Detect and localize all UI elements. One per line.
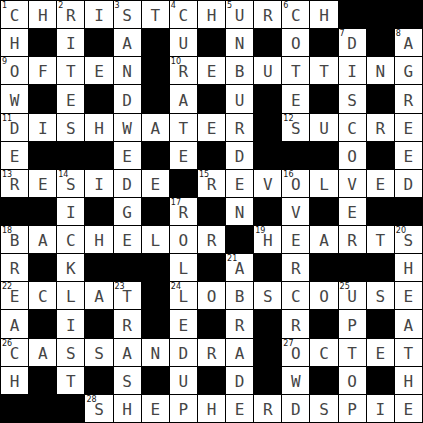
cell-r10c11[interactable]: R xyxy=(282,254,309,281)
cell-r2c7[interactable]: U xyxy=(170,29,197,56)
black-cell-r8c4 xyxy=(85,198,112,225)
cell-r14c1[interactable]: H xyxy=(1,367,28,394)
cell-letter: E xyxy=(375,346,385,366)
cell-r10c3[interactable]: K xyxy=(57,254,84,281)
cell-letter: R xyxy=(235,318,245,338)
cell-letter: I xyxy=(94,177,104,197)
black-cell-r2c4 xyxy=(85,29,112,56)
cell-r8c7[interactable]: 17R xyxy=(170,198,197,225)
cell-r5c8[interactable]: E xyxy=(198,114,225,141)
cell-letter: C xyxy=(291,289,301,309)
black-cell-r6c8 xyxy=(198,142,225,169)
cell-letter: E xyxy=(122,149,132,169)
cell-r13c8[interactable]: R xyxy=(198,339,225,366)
black-cell-r12c8 xyxy=(198,310,225,337)
cell-r1c10[interactable]: R xyxy=(254,1,281,28)
cell-r9c3[interactable]: C xyxy=(57,226,84,253)
cell-letter: L xyxy=(66,289,76,309)
cell-r14c11[interactable]: W xyxy=(282,367,309,394)
black-cell-r10c2 xyxy=(29,254,56,281)
cell-letter: C xyxy=(38,289,48,309)
cell-r13c13[interactable]: T xyxy=(339,339,366,366)
cell-r10c15[interactable]: H xyxy=(395,254,422,281)
cell-letter: O xyxy=(179,233,189,253)
cell-r3c2[interactable]: F xyxy=(29,57,56,84)
cell-letter: A xyxy=(10,318,20,338)
cell-r7c5[interactable]: D xyxy=(114,170,141,197)
cell-letter: S xyxy=(347,93,357,113)
cell-r1c3[interactable]: 2R xyxy=(57,1,84,28)
cell-r13c14[interactable]: E xyxy=(367,339,394,366)
cell-r15c5[interactable]: H xyxy=(114,395,141,422)
cell-r9c11[interactable]: E xyxy=(282,226,309,253)
cell-r2c1[interactable]: H xyxy=(1,29,28,56)
cell-letter: R xyxy=(66,8,76,28)
black-cell-r2c12 xyxy=(310,29,337,56)
cell-r3c8[interactable]: E xyxy=(198,57,225,84)
cell-r1c12[interactable]: H xyxy=(310,1,337,28)
cell-r5c3[interactable]: S xyxy=(57,114,84,141)
cell-r13c5[interactable]: A xyxy=(114,339,141,366)
cell-letter: T xyxy=(150,8,160,28)
cell-letter: T xyxy=(122,289,132,309)
cell-letter: U xyxy=(235,93,245,113)
cell-letter: O xyxy=(319,289,329,309)
cell-letter: C xyxy=(10,8,20,28)
black-cell-r14c6 xyxy=(142,367,169,394)
cell-r3c12[interactable]: T xyxy=(310,57,337,84)
cell-letter: C xyxy=(66,233,76,253)
cell-r5c12[interactable]: U xyxy=(310,114,337,141)
cell-letter: R xyxy=(122,318,132,338)
cell-letter: I xyxy=(66,318,76,338)
black-cell-r10c14 xyxy=(367,254,394,281)
cell-r14c9[interactable]: D xyxy=(226,367,253,394)
cell-r3c5[interactable]: N xyxy=(114,57,141,84)
cell-letter: N xyxy=(150,346,160,366)
cell-letter: A xyxy=(122,346,132,366)
crossword-grid: 1CH2RI3ST4CH5UR6CHHIAUNO7D8A9OFTEN10REBU… xyxy=(0,0,423,423)
clue-number: 17 xyxy=(171,198,181,207)
cell-r15c9[interactable]: E xyxy=(226,395,253,422)
black-cell-r4c12 xyxy=(310,85,337,112)
cell-letter: B xyxy=(10,233,20,253)
cell-r6c13[interactable]: O xyxy=(339,142,366,169)
cell-r11c10[interactable]: S xyxy=(254,282,281,309)
cell-r9c1[interactable]: 18B xyxy=(1,226,28,253)
cell-letter: H xyxy=(319,8,329,28)
cell-letter: H xyxy=(404,374,414,394)
black-cell-r14c4 xyxy=(85,367,112,394)
cell-letter: E xyxy=(207,121,217,141)
cell-r1c9[interactable]: 5U xyxy=(226,1,253,28)
cell-r5c15[interactable]: E xyxy=(395,114,422,141)
cell-r12c7[interactable]: E xyxy=(170,310,197,337)
cell-r15c6[interactable]: E xyxy=(142,395,169,422)
cell-r2c11[interactable]: O xyxy=(282,29,309,56)
cell-letter: S xyxy=(291,121,301,141)
cell-r7c2[interactable]: E xyxy=(29,170,56,197)
cell-letter: D xyxy=(10,121,20,141)
cell-letter: V xyxy=(347,177,357,197)
cell-r9c2[interactable]: A xyxy=(29,226,56,253)
cell-r9c13[interactable]: R xyxy=(339,226,366,253)
cell-r3c1[interactable]: 9O xyxy=(1,57,28,84)
cell-r9c4[interactable]: H xyxy=(85,226,112,253)
black-cell-r10c4 xyxy=(85,254,112,281)
cell-r4c11[interactable]: E xyxy=(282,85,309,112)
cell-letter: R xyxy=(263,402,273,422)
cell-r2c5[interactable]: A xyxy=(114,29,141,56)
cell-r12c1[interactable]: A xyxy=(1,310,28,337)
cell-letter: D xyxy=(235,149,245,169)
cell-r1c8[interactable]: H xyxy=(198,1,225,28)
cell-letter: H xyxy=(122,402,132,422)
cell-r7c14[interactable]: E xyxy=(367,170,394,197)
black-cell-r8c2 xyxy=(29,198,56,225)
cell-r6c5[interactable]: E xyxy=(114,142,141,169)
cell-letter: U xyxy=(347,289,357,309)
cell-r4c9[interactable]: U xyxy=(226,85,253,112)
cell-letter: I xyxy=(94,8,104,28)
cell-r11c2[interactable]: C xyxy=(29,282,56,309)
cell-r14c15[interactable]: H xyxy=(395,367,422,394)
cell-r7c15[interactable]: D xyxy=(395,170,422,197)
black-cell-r6c10 xyxy=(254,142,281,169)
cell-letter: H xyxy=(94,121,104,141)
cell-r1c6[interactable]: T xyxy=(142,1,169,28)
cell-r5c13[interactable]: C xyxy=(339,114,366,141)
cell-r11c1[interactable]: 22E xyxy=(1,282,28,309)
cell-r13c15[interactable]: T xyxy=(395,339,422,366)
cell-r6c15[interactable]: E xyxy=(395,142,422,169)
black-cell-r8c8 xyxy=(198,198,225,225)
cell-r9c15[interactable]: 20S xyxy=(395,226,422,253)
cell-letter: E xyxy=(375,177,385,197)
cell-letter: R xyxy=(207,233,217,253)
cell-r5c11[interactable]: 12S xyxy=(282,114,309,141)
black-cell-r1c14 xyxy=(367,1,394,28)
black-cell-r1c15 xyxy=(395,1,422,28)
cell-r8c11[interactable]: V xyxy=(282,198,309,225)
cell-r13c4[interactable]: S xyxy=(85,339,112,366)
cell-r1c7[interactable]: 4C xyxy=(170,1,197,28)
cell-letter: G xyxy=(122,205,132,225)
black-cell-r8c12 xyxy=(310,198,337,225)
cell-r9c8[interactable]: R xyxy=(198,226,225,253)
cell-r13c7[interactable]: D xyxy=(170,339,197,366)
cell-letter: H xyxy=(263,233,273,253)
black-cell-r12c2 xyxy=(29,310,56,337)
cell-letter: T xyxy=(66,64,76,84)
cell-r13c1[interactable]: 26C xyxy=(1,339,28,366)
black-cell-r11c6 xyxy=(142,282,169,309)
cell-letter: D xyxy=(122,177,132,197)
cell-r15c13[interactable]: P xyxy=(339,395,366,422)
black-cell-r1c13 xyxy=(339,1,366,28)
cell-r8c13[interactable]: E xyxy=(339,198,366,225)
cell-letter: R xyxy=(291,318,301,338)
cell-r1c2[interactable]: H xyxy=(29,1,56,28)
cell-r11c11[interactable]: C xyxy=(282,282,309,309)
cell-r1c1[interactable]: 1C xyxy=(1,1,28,28)
cell-r7c10[interactable]: V xyxy=(254,170,281,197)
cell-r12c15[interactable]: A xyxy=(395,310,422,337)
black-cell-r6c12 xyxy=(310,142,337,169)
cell-r2c9[interactable]: N xyxy=(226,29,253,56)
cell-r5c6[interactable]: A xyxy=(142,114,169,141)
cell-letter: U xyxy=(179,36,189,56)
black-cell-r8c1 xyxy=(1,198,28,225)
cell-r5c9[interactable]: R xyxy=(226,114,253,141)
cell-letter: A xyxy=(319,233,329,253)
cell-r3c14[interactable]: N xyxy=(367,57,394,84)
cell-r11c9[interactable]: B xyxy=(226,282,253,309)
cell-r5c1[interactable]: 11D xyxy=(1,114,28,141)
cell-letter: E xyxy=(404,402,414,422)
black-cell-r4c14 xyxy=(367,85,394,112)
cell-r10c7[interactable]: L xyxy=(170,254,197,281)
cell-r14c5[interactable]: S xyxy=(114,367,141,394)
cell-r15c7[interactable]: P xyxy=(170,395,197,422)
cell-letter: H xyxy=(10,36,20,56)
cell-letter: O xyxy=(207,289,217,309)
cell-letter: B xyxy=(235,289,245,309)
cell-letter: G xyxy=(404,64,414,84)
cell-r7c13[interactable]: V xyxy=(339,170,366,197)
cell-r3c7[interactable]: 10R xyxy=(170,57,197,84)
cell-r13c11[interactable]: 27O xyxy=(282,339,309,366)
black-cell-r4c10 xyxy=(254,85,281,112)
cell-r5c7[interactable]: T xyxy=(170,114,197,141)
cell-letter: A xyxy=(179,93,189,113)
cell-r7c11[interactable]: 16O xyxy=(282,170,309,197)
cell-letter: H xyxy=(404,261,414,281)
cell-r11c13[interactable]: 25U xyxy=(339,282,366,309)
cell-r4c15[interactable]: R xyxy=(395,85,422,112)
cell-r11c3[interactable]: L xyxy=(57,282,84,309)
black-cell-r4c2 xyxy=(29,85,56,112)
cell-r15c10[interactable]: R xyxy=(254,395,281,422)
cell-r5c2[interactable]: I xyxy=(29,114,56,141)
cell-r7c1[interactable]: 13R xyxy=(1,170,28,197)
cell-letter: D xyxy=(235,374,245,394)
black-cell-r14c8 xyxy=(198,367,225,394)
cell-letter: C xyxy=(347,121,357,141)
black-cell-r4c6 xyxy=(142,85,169,112)
cell-letter: N xyxy=(122,64,132,84)
cell-r13c3[interactable]: S xyxy=(57,339,84,366)
cell-r11c14[interactable]: S xyxy=(367,282,394,309)
clue-number: 19 xyxy=(255,226,265,235)
cell-r9c5[interactable]: E xyxy=(114,226,141,253)
cell-letter: R xyxy=(207,177,217,197)
cell-r10c1[interactable]: R xyxy=(1,254,28,281)
cell-r7c8[interactable]: 15R xyxy=(198,170,225,197)
black-cell-r10c8 xyxy=(198,254,225,281)
cell-r8c3[interactable]: I xyxy=(57,198,84,225)
cell-letter: A xyxy=(235,346,245,366)
clue-number: 16 xyxy=(283,170,293,179)
clue-number: 24 xyxy=(171,282,181,291)
cell-letter: S xyxy=(66,346,76,366)
cell-r7c6[interactable]: E xyxy=(142,170,169,197)
cell-letter: E xyxy=(291,93,301,113)
cell-r12c5[interactable]: R xyxy=(114,310,141,337)
cell-r6c1[interactable]: E xyxy=(1,142,28,169)
black-cell-r7c7 xyxy=(170,170,197,197)
cell-letter: D xyxy=(347,36,357,56)
cell-r4c3[interactable]: E xyxy=(57,85,84,112)
cell-r11c8[interactable]: O xyxy=(198,282,225,309)
cell-r2c3[interactable]: I xyxy=(57,29,84,56)
cell-letter: S xyxy=(94,346,104,366)
clue-number: 1 xyxy=(2,1,7,10)
cell-letter: I xyxy=(347,64,357,84)
cell-letter: C xyxy=(291,8,301,28)
cell-letter: W xyxy=(291,374,301,394)
cell-r9c10[interactable]: 19H xyxy=(254,226,281,253)
cell-r15c4[interactable]: 28S xyxy=(85,395,112,422)
cell-r4c5[interactable]: D xyxy=(114,85,141,112)
cell-letter: P xyxy=(347,402,357,422)
cell-letter: S xyxy=(375,289,385,309)
cell-r7c3[interactable]: 14S xyxy=(57,170,84,197)
clue-number: 12 xyxy=(283,114,293,123)
cell-r6c7[interactable]: E xyxy=(170,142,197,169)
black-cell-r10c6 xyxy=(142,254,169,281)
cell-r1c5[interactable]: 3S xyxy=(114,1,141,28)
cell-letter: R xyxy=(404,93,414,113)
cell-r11c4[interactable]: A xyxy=(85,282,112,309)
cell-r9c6[interactable]: L xyxy=(142,226,169,253)
cell-letter: E xyxy=(404,149,414,169)
cell-r9c7[interactable]: O xyxy=(170,226,197,253)
cell-letter: S xyxy=(319,402,329,422)
cell-r15c11[interactable]: D xyxy=(282,395,309,422)
black-cell-r6c11 xyxy=(282,142,309,169)
cell-letter: E xyxy=(10,149,20,169)
cell-letter: S xyxy=(66,121,76,141)
cell-r14c13[interactable]: O xyxy=(339,367,366,394)
cell-letter: K xyxy=(66,261,76,281)
cell-r11c15[interactable]: E xyxy=(395,282,422,309)
cell-r5c5[interactable]: W xyxy=(114,114,141,141)
cell-r12c13[interactable]: P xyxy=(339,310,366,337)
cell-letter: V xyxy=(291,205,301,225)
clue-number: 26 xyxy=(2,339,12,348)
black-cell-r2c14 xyxy=(367,29,394,56)
cell-letter: L xyxy=(319,177,329,197)
cell-r13c6[interactable]: N xyxy=(142,339,169,366)
cell-letter: R xyxy=(179,64,189,84)
cell-letter: I xyxy=(66,205,76,225)
cell-r3c3[interactable]: T xyxy=(57,57,84,84)
cell-letter: D xyxy=(291,402,301,422)
cell-letter: R xyxy=(10,177,20,197)
cell-letter: D xyxy=(179,346,189,366)
cell-r3c11[interactable]: T xyxy=(282,57,309,84)
cell-r5c4[interactable]: H xyxy=(85,114,112,141)
cell-r1c4[interactable]: I xyxy=(85,1,112,28)
cell-r13c9[interactable]: A xyxy=(226,339,253,366)
cell-r12c3[interactable]: I xyxy=(57,310,84,337)
cell-r7c9[interactable]: E xyxy=(226,170,253,197)
cell-r4c13[interactable]: S xyxy=(339,85,366,112)
clue-number: 20 xyxy=(396,226,406,235)
cell-letter: E xyxy=(38,177,48,197)
cell-r15c12[interactable]: S xyxy=(310,395,337,422)
cell-letter: E xyxy=(235,177,245,197)
cell-letter: A xyxy=(94,289,104,309)
cell-r15c8[interactable]: H xyxy=(198,395,225,422)
cell-r5c14[interactable]: R xyxy=(367,114,394,141)
black-cell-r2c2 xyxy=(29,29,56,56)
cell-r11c12[interactable]: O xyxy=(310,282,337,309)
cell-r3c4[interactable]: E xyxy=(85,57,112,84)
cell-r8c9[interactable]: N xyxy=(226,198,253,225)
cell-letter: T xyxy=(179,121,189,141)
cell-r3c15[interactable]: G xyxy=(395,57,422,84)
cell-r7c4[interactable]: I xyxy=(85,170,112,197)
cell-letter: R xyxy=(291,261,301,281)
black-cell-r14c14 xyxy=(367,367,394,394)
cell-r11c7[interactable]: 24L xyxy=(170,282,197,309)
cell-r14c7[interactable]: U xyxy=(170,367,197,394)
cell-letter: E xyxy=(179,318,189,338)
cell-letter: N xyxy=(235,36,245,56)
cell-r9c12[interactable]: A xyxy=(310,226,337,253)
cell-r3c10[interactable]: U xyxy=(254,57,281,84)
clue-number: 27 xyxy=(283,339,293,348)
cell-r13c2[interactable]: A xyxy=(29,339,56,366)
cell-r12c9[interactable]: R xyxy=(226,310,253,337)
cell-r14c3[interactable]: T xyxy=(57,367,84,394)
cell-letter: A xyxy=(150,121,160,141)
cell-r4c1[interactable]: W xyxy=(1,85,28,112)
cell-letter: E xyxy=(235,402,245,422)
cell-r2c13[interactable]: 7D xyxy=(339,29,366,56)
cell-letter: H xyxy=(207,402,217,422)
cell-r11c5[interactable]: 23T xyxy=(114,282,141,309)
cell-r15c15[interactable]: E xyxy=(395,395,422,422)
cell-r9c14[interactable]: T xyxy=(367,226,394,253)
black-cell-r6c6 xyxy=(142,142,169,169)
black-cell-r15c3 xyxy=(57,395,84,422)
cell-letter: T xyxy=(404,346,414,366)
cell-letter: E xyxy=(122,233,132,253)
cell-letter: R xyxy=(263,8,273,28)
cell-r1c11[interactable]: 6C xyxy=(282,1,309,28)
cell-r15c14[interactable]: I xyxy=(367,395,394,422)
cell-r3c13[interactable]: I xyxy=(339,57,366,84)
cell-r8c5[interactable]: G xyxy=(114,198,141,225)
cell-letter: S xyxy=(263,289,273,309)
cell-letter: H xyxy=(38,8,48,28)
cell-r2c15[interactable]: 8A xyxy=(395,29,422,56)
cell-r4c7[interactable]: A xyxy=(170,85,197,112)
cell-r6c9[interactable]: D xyxy=(226,142,253,169)
cell-r13c12[interactable]: C xyxy=(310,339,337,366)
black-cell-r2c8 xyxy=(198,29,225,56)
cell-r12c11[interactable]: R xyxy=(282,310,309,337)
black-cell-r8c14 xyxy=(367,198,394,225)
cell-r3c9[interactable]: B xyxy=(226,57,253,84)
cell-letter: S xyxy=(404,233,414,253)
cell-r7c12[interactable]: L xyxy=(310,170,337,197)
cell-r10c9[interactable]: 21A xyxy=(226,254,253,281)
cell-letter: A xyxy=(38,346,48,366)
